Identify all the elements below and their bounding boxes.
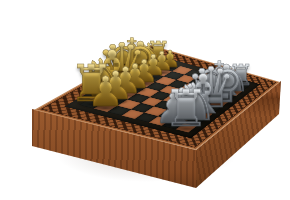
piece-gold-pawn-a2: ♟	[87, 71, 124, 112]
pieces-layer: ♜♞♝♚♛♝♞♜♟♟♟♟♟♟♟♟♟♟♟♟♟♟♟♟♜♞♝♚♛♝♞♜	[0, 0, 290, 200]
chess-set-photo: ♜♞♝♚♛♝♞♜♟♟♟♟♟♟♟♟♟♟♟♟♟♟♟♟♜♞♝♚♛♝♞♜	[0, 0, 290, 200]
piece-silver-rook-a8: ♜	[163, 83, 209, 134]
